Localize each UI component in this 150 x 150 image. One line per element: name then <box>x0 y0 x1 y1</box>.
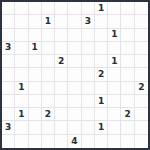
empty-cell-r6c5[interactable] <box>55 68 68 81</box>
empty-cell-r4c11[interactable] <box>135 42 148 55</box>
empty-cell-r2c2[interactable] <box>15 15 28 28</box>
empty-cell-r8c6[interactable] <box>68 95 81 108</box>
clue-cell-r6c8: 2 <box>95 68 108 81</box>
empty-cell-r10c9[interactable] <box>108 121 121 134</box>
empty-cell-r11c1[interactable] <box>2 135 15 148</box>
empty-cell-r7c10[interactable] <box>121 82 134 95</box>
empty-cell-r8c2[interactable] <box>15 95 28 108</box>
clue-cell-r5c5: 2 <box>55 55 68 68</box>
empty-cell-r10c3[interactable] <box>29 121 42 134</box>
empty-cell-r8c9[interactable] <box>108 95 121 108</box>
empty-cell-r9c6[interactable] <box>68 108 81 121</box>
empty-cell-r8c1[interactable] <box>2 95 15 108</box>
clue-cell-r4c3: 1 <box>29 42 42 55</box>
empty-cell-r11c4[interactable] <box>42 135 55 148</box>
empty-cell-r3c5[interactable] <box>55 29 68 42</box>
empty-cell-r1c11[interactable] <box>135 2 148 15</box>
empty-cell-r1c6[interactable] <box>68 2 81 15</box>
empty-cell-r1c3[interactable] <box>29 2 42 15</box>
empty-cell-r8c3[interactable] <box>29 95 42 108</box>
empty-cell-r2c11[interactable] <box>135 15 148 28</box>
empty-cell-r6c6[interactable] <box>68 68 81 81</box>
empty-cell-r3c3[interactable] <box>29 29 42 42</box>
empty-cell-r10c5[interactable] <box>55 121 68 134</box>
empty-cell-r4c4[interactable] <box>42 42 55 55</box>
empty-cell-r10c6[interactable] <box>68 121 81 134</box>
empty-cell-r3c4[interactable] <box>42 29 55 42</box>
empty-cell-r3c7[interactable] <box>82 29 95 42</box>
empty-cell-r2c1[interactable] <box>2 15 15 28</box>
clue-cell-r8c8: 1 <box>95 95 108 108</box>
empty-cell-r3c6[interactable] <box>68 29 81 42</box>
empty-cell-r4c2[interactable] <box>15 42 28 55</box>
empty-cell-r10c11[interactable] <box>135 121 148 134</box>
empty-cell-r1c7[interactable] <box>82 2 95 15</box>
empty-cell-r2c10[interactable] <box>121 15 134 28</box>
empty-cell-r6c3[interactable] <box>29 68 42 81</box>
empty-cell-r1c4[interactable] <box>42 2 55 15</box>
empty-cell-r5c8[interactable] <box>95 55 108 68</box>
empty-cell-r8c11[interactable] <box>135 95 148 108</box>
empty-cell-r4c10[interactable] <box>121 42 134 55</box>
clue-cell-r7c11: 2 <box>135 82 148 95</box>
clue-cell-r2c4: 1 <box>42 15 55 28</box>
clue-cell-r11c6: 4 <box>68 135 81 148</box>
empty-cell-r4c7[interactable] <box>82 42 95 55</box>
empty-cell-r7c4[interactable] <box>42 82 55 95</box>
empty-cell-r10c4[interactable] <box>42 121 55 134</box>
empty-cell-r8c5[interactable] <box>55 95 68 108</box>
empty-cell-r8c7[interactable] <box>82 95 95 108</box>
empty-cell-r5c4[interactable] <box>42 55 55 68</box>
clue-cell-r4c1: 3 <box>2 42 15 55</box>
clue-cell-r9c10: 2 <box>121 108 134 121</box>
empty-cell-r6c4[interactable] <box>42 68 55 81</box>
empty-cell-r11c5[interactable] <box>55 135 68 148</box>
empty-cell-r11c8[interactable] <box>95 135 108 148</box>
clue-cell-r10c8: 1 <box>95 121 108 134</box>
empty-cell-r9c3[interactable] <box>29 108 42 121</box>
empty-cell-r11c10[interactable] <box>121 135 134 148</box>
empty-cell-r7c7[interactable] <box>82 82 95 95</box>
clue-cell-r7c2: 1 <box>15 82 28 95</box>
empty-cell-r10c7[interactable] <box>82 121 95 134</box>
empty-cell-r2c3[interactable] <box>29 15 42 28</box>
empty-cell-r11c9[interactable] <box>108 135 121 148</box>
empty-cell-r6c11[interactable] <box>135 68 148 81</box>
empty-cell-r9c1[interactable] <box>2 108 15 121</box>
clue-cell-r2c7: 3 <box>82 15 95 28</box>
empty-cell-r5c1[interactable] <box>2 55 15 68</box>
empty-cell-r5c10[interactable] <box>121 55 134 68</box>
clue-cell-r5c9: 1 <box>108 55 121 68</box>
empty-cell-r2c6[interactable] <box>68 15 81 28</box>
empty-cell-r1c2[interactable] <box>15 2 28 15</box>
empty-cell-r3c8[interactable] <box>95 29 108 42</box>
empty-cell-r8c4[interactable] <box>42 95 55 108</box>
empty-cell-r1c5[interactable] <box>55 2 68 15</box>
empty-cell-r8c10[interactable] <box>121 95 134 108</box>
clue-cell-r3c9: 1 <box>108 29 121 42</box>
empty-cell-r5c2[interactable] <box>15 55 28 68</box>
empty-cell-r7c8[interactable] <box>95 82 108 95</box>
empty-cell-r6c1[interactable] <box>2 68 15 81</box>
empty-cell-r11c3[interactable] <box>29 135 42 148</box>
empty-cell-r9c7[interactable] <box>82 108 95 121</box>
empty-cell-r11c7[interactable] <box>82 135 95 148</box>
empty-cell-r7c1[interactable] <box>2 82 15 95</box>
empty-cell-r4c5[interactable] <box>55 42 68 55</box>
empty-cell-r7c9[interactable] <box>108 82 121 95</box>
empty-cell-r2c9[interactable] <box>108 15 121 28</box>
empty-cell-r9c8[interactable] <box>95 108 108 121</box>
empty-cell-r9c9[interactable] <box>108 108 121 121</box>
empty-cell-r2c5[interactable] <box>55 15 68 28</box>
empty-cell-r10c10[interactable] <box>121 121 134 134</box>
empty-cell-r5c7[interactable] <box>82 55 95 68</box>
empty-cell-r2c8[interactable] <box>95 15 108 28</box>
empty-cell-r6c10[interactable] <box>121 68 134 81</box>
empty-cell-r5c11[interactable] <box>135 55 148 68</box>
empty-cell-r3c1[interactable] <box>2 29 15 42</box>
empty-cell-r7c3[interactable] <box>29 82 42 95</box>
clue-cell-r9c2: 1 <box>15 108 28 121</box>
empty-cell-r3c10[interactable] <box>121 29 134 42</box>
empty-cell-r5c3[interactable] <box>29 55 42 68</box>
empty-cell-r9c5[interactable] <box>55 108 68 121</box>
empty-cell-r4c8[interactable] <box>95 42 108 55</box>
empty-cell-r4c6[interactable] <box>68 42 81 55</box>
empty-cell-r5c6[interactable] <box>68 55 81 68</box>
empty-cell-r9c11[interactable] <box>135 108 148 121</box>
puzzle-board: 113131212121122314 <box>0 0 150 150</box>
empty-cell-r10c2[interactable] <box>15 121 28 134</box>
empty-cell-r6c9[interactable] <box>108 68 121 81</box>
empty-cell-r11c2[interactable] <box>15 135 28 148</box>
empty-cell-r1c10[interactable] <box>121 2 134 15</box>
empty-cell-r6c2[interactable] <box>15 68 28 81</box>
empty-cell-r1c1[interactable] <box>2 2 15 15</box>
clue-cell-r10c1: 3 <box>2 121 15 134</box>
empty-cell-r7c5[interactable] <box>55 82 68 95</box>
empty-cell-r1c9[interactable] <box>108 2 121 15</box>
empty-cell-r11c11[interactable] <box>135 135 148 148</box>
empty-cell-r4c9[interactable] <box>108 42 121 55</box>
empty-cell-r7c6[interactable] <box>68 82 81 95</box>
clue-cell-r9c4: 2 <box>42 108 55 121</box>
empty-cell-r3c11[interactable] <box>135 29 148 42</box>
empty-cell-r3c2[interactable] <box>15 29 28 42</box>
empty-cell-r6c7[interactable] <box>82 68 95 81</box>
clue-cell-r1c8: 1 <box>95 2 108 15</box>
